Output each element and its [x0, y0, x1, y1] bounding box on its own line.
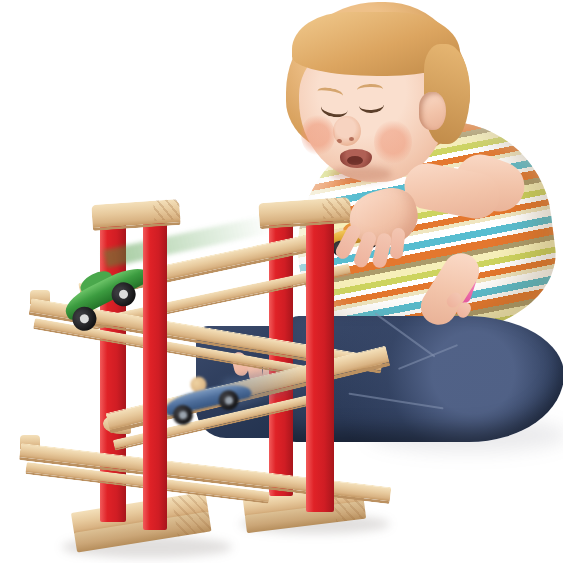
nostril: [349, 137, 354, 141]
wheel-hub: [178, 410, 187, 419]
ear: [419, 92, 446, 130]
wood-cap-right-grain: [322, 197, 351, 219]
base-plate-left-grain: [172, 492, 212, 537]
wheel-hub: [117, 288, 129, 300]
wood-cap-left: [91, 199, 181, 231]
wheel-hub: [224, 396, 233, 405]
mouth-inner: [347, 156, 363, 165]
red-post-right-front: [306, 220, 334, 512]
cheek-blush: [374, 120, 412, 164]
wood-cap-left-grain: [153, 199, 180, 221]
red-post-left-front: [143, 222, 167, 530]
cheek-blush: [301, 114, 335, 156]
wheel-hub: [78, 313, 90, 325]
photo-scene: [0, 0, 563, 563]
chin-shadow: [330, 166, 392, 182]
